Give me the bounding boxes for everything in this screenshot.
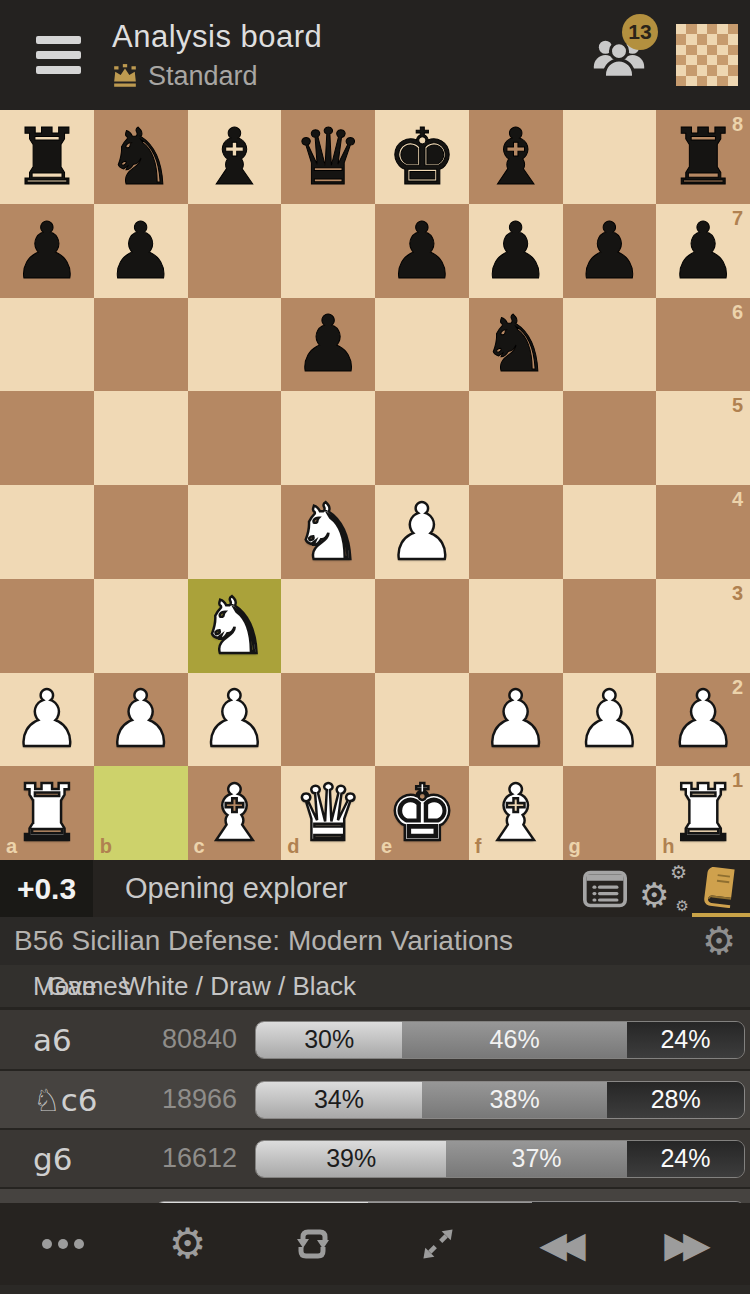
square-g8[interactable] [563,110,657,204]
square-d3[interactable] [281,579,375,673]
square-d7[interactable] [281,204,375,298]
square-d8[interactable]: ♛ [281,110,375,204]
white-wins-segment: 34% [256,1082,422,1118]
piece-white-pawn: ♟ [469,673,563,767]
result-bar: 39%37%24% [255,1140,745,1178]
piece-black-queen: ♛ [281,110,375,204]
square-b6[interactable] [94,298,188,392]
square-e7[interactable]: ♟ [375,204,469,298]
square-h4[interactable]: 4 [656,485,750,579]
rewind-button[interactable]: ◀◀ [500,1203,625,1285]
piece-black-pawn: ♟ [375,204,469,298]
square-e4[interactable]: ♟ [375,485,469,579]
explorer-table-header: Move Games White / Draw / Black [0,965,750,1010]
piece-white-knight: ♞ [281,485,375,579]
square-d2[interactable] [281,673,375,767]
thumbnail-square [686,45,696,55]
square-a7[interactable]: ♟ [0,204,94,298]
thumbnail-square [697,45,707,55]
square-b1[interactable]: b [94,766,188,860]
result-bar: 34%38%28% [255,1081,745,1119]
square-f1[interactable]: ♝f [469,766,563,860]
square-h1[interactable]: ♜1h [656,766,750,860]
thumbnail-square [707,55,717,65]
tab-opening-explorer[interactable] [692,860,750,917]
coordinate-rank-3: 3 [732,582,743,605]
explorer-rows: a68084030%46%24%♘c61896634%38%28%g616612… [0,1010,750,1187]
square-b3[interactable] [94,579,188,673]
title-block: Analysis board Standard [112,19,322,92]
square-c5[interactable] [188,391,282,485]
square-h3[interactable]: 3 [656,579,750,673]
square-d4[interactable]: ♞ [281,485,375,579]
games-count: 80840 [127,1024,237,1055]
square-a6[interactable] [0,298,94,392]
tab-engine-settings[interactable]: ⚙⚙⚙ [634,860,692,917]
square-g4[interactable] [563,485,657,579]
square-g6[interactable] [563,298,657,392]
square-a3[interactable] [0,579,94,673]
square-b4[interactable] [94,485,188,579]
fullscreen-button[interactable] [375,1203,500,1285]
square-c3[interactable]: ♞ [188,579,282,673]
piece-black-pawn: ♟ [281,298,375,392]
games-count: 16612 [127,1143,237,1174]
panel-title: Opening explorer [125,860,576,917]
piece-black-pawn: ♟ [563,204,657,298]
explorer-row-partial[interactable] [0,1187,750,1203]
thumbnail-square [686,24,696,34]
square-h2[interactable]: ♟2 [656,673,750,767]
square-d1[interactable]: ♛d [281,766,375,860]
players-online-button[interactable]: 13 [588,24,650,86]
thumbnail-square [707,65,717,75]
coordinate-rank-7: 7 [732,207,743,230]
thumbnail-square [728,24,738,34]
explorer-row-g6[interactable]: g61661239%37%24% [0,1128,750,1187]
square-g7[interactable]: ♟ [563,204,657,298]
bottom-toolbar: ⚙ ◀◀ ▶▶ [0,1203,750,1285]
thumbnail-square [728,45,738,55]
thumbnail-square [728,55,738,65]
piece-black-pawn: ♟ [0,204,94,298]
opening-row: B56 Sicilian Defense: Modern Variations … [0,917,750,965]
piece-black-knight: ♞ [469,298,563,392]
column-move: Move [0,971,47,1002]
square-h5[interactable]: 5 [656,391,750,485]
thumbnail-square [717,24,727,34]
analysis-tab-bar: +0.3 Opening explorer ⚙⚙⚙ [0,860,750,917]
white-wins-segment: 39% [256,1141,446,1177]
expand-icon [418,1224,458,1264]
thumbnail-square [697,34,707,44]
chess-board: ♜♞♝♛♚♝♜8♟♟♟♟♟♟7♟♞65♞♟4♞3♟♟♟♟♟♟2♜ab♝c♛d♚e… [0,110,750,860]
explorer-row-a6[interactable]: a68084030%46%24% [0,1010,750,1069]
square-e2[interactable] [375,673,469,767]
square-e3[interactable] [375,579,469,673]
square-c8[interactable]: ♝ [188,110,282,204]
piece-black-pawn: ♟ [469,204,563,298]
square-c2[interactable]: ♟ [188,673,282,767]
thumbnail-square [676,76,686,86]
square-a2[interactable]: ♟ [0,673,94,767]
thumbnail-square [686,76,696,86]
thumbnail-square [676,45,686,55]
black-wins-segment: 28% [607,1082,744,1118]
black-wins-segment: 24% [627,1022,744,1058]
fast-forward-button[interactable]: ▶▶ [625,1203,750,1285]
thumbnail-square [707,34,717,44]
players-count-badge: 13 [622,14,658,50]
piece-white-pawn: ♟ [188,673,282,767]
move-label: a6 [0,1022,127,1058]
coordinate-file-f: f [475,835,482,858]
coordinate-rank-2: 2 [732,676,743,699]
flip-board-icon [291,1222,335,1266]
piece-white-pawn: ♟ [375,485,469,579]
draw-segment: 37% [446,1141,627,1177]
thumbnail-square [686,55,696,65]
square-f2[interactable]: ♟ [469,673,563,767]
square-b7[interactable]: ♟ [94,204,188,298]
thumbnail-square [717,34,727,44]
square-e5[interactable] [375,391,469,485]
gears-icon: ⚙⚙⚙ [641,867,685,911]
thumbnail-square [697,55,707,65]
coordinate-file-g: g [569,835,581,858]
result-bar: 30%46%24% [255,1021,745,1059]
coordinate-file-h: h [662,835,674,858]
square-h6[interactable]: 6 [656,298,750,392]
ellipsis-icon [42,1239,84,1249]
square-d6[interactable]: ♟ [281,298,375,392]
square-b5[interactable] [94,391,188,485]
gear-icon: ⚙ [169,1223,207,1265]
move-label: g6 [0,1141,127,1177]
thumbnail-square [697,76,707,86]
square-f5[interactable] [469,391,563,485]
flip-board-button[interactable] [250,1203,375,1285]
result-bar [155,1201,745,1203]
piece-white-pawn: ♟ [563,673,657,767]
variant-label: Standard [148,61,258,92]
column-games: Games [47,971,104,1002]
coordinate-file-c: c [194,835,205,858]
rewind-icon: ◀◀ [539,1224,585,1265]
square-f8[interactable]: ♝ [469,110,563,204]
piece-black-knight: ♞ [94,110,188,204]
more-menu-button[interactable] [0,1203,125,1285]
coordinate-file-e: e [381,835,392,858]
square-d5[interactable] [281,391,375,485]
coordinate-rank-5: 5 [732,394,743,417]
coordinate-file-a: a [6,835,17,858]
games-count: 18966 [127,1084,237,1115]
square-f6[interactable]: ♞ [469,298,563,392]
thumbnail-square [686,65,696,75]
square-h8[interactable]: ♜8 [656,110,750,204]
thumbnail-square [676,65,686,75]
thumbnail-square [717,45,727,55]
list-icon [583,870,627,908]
square-g5[interactable] [563,391,657,485]
square-f3[interactable] [469,579,563,673]
thumbnail-square [707,24,717,34]
thumbnail-square [686,34,696,44]
settings-button[interactable]: ⚙ [125,1203,250,1285]
square-e8[interactable]: ♚ [375,110,469,204]
piece-white-pawn: ♟ [94,673,188,767]
black-wins-segment: 24% [627,1141,744,1177]
piece-black-king: ♚ [375,110,469,204]
thumbnail-square [717,65,727,75]
thumbnail-square [728,65,738,75]
move-label: ♘c6 [0,1082,127,1118]
thumbnail-square [717,76,727,86]
square-c6[interactable] [188,298,282,392]
crown-icon [112,64,138,88]
coordinate-rank-8: 8 [732,113,743,136]
square-a4[interactable] [0,485,94,579]
thumbnail-square [676,55,686,65]
explorer-settings-button[interactable]: ⚙ [702,922,736,960]
draw-segment [368,1202,533,1203]
square-b2[interactable]: ♟ [94,673,188,767]
evaluation-badge[interactable]: +0.3 [0,860,93,917]
thumbnail-square [717,55,727,65]
square-b8[interactable]: ♞ [94,110,188,204]
thumbnail-square [728,34,738,44]
square-f7[interactable]: ♟ [469,204,563,298]
square-c4[interactable] [188,485,282,579]
white-wins-segment [156,1202,368,1203]
book-icon [702,866,740,908]
thumbnail-square [707,45,717,55]
coordinate-rank-4: 4 [732,488,743,511]
square-c1[interactable]: ♝c [188,766,282,860]
square-c7[interactable] [188,204,282,298]
coordinate-file-b: b [100,835,112,858]
square-a5[interactable] [0,391,94,485]
square-a1[interactable]: ♜a [0,766,94,860]
opening-name: B56 Sicilian Defense: Modern Variations [14,925,702,957]
board-thumbnail-button[interactable] [676,24,738,86]
square-a8[interactable]: ♜ [0,110,94,204]
square-f4[interactable] [469,485,563,579]
page-title: Analysis board [112,19,322,55]
menu-icon[interactable] [22,36,94,74]
thumbnail-square [676,34,686,44]
square-h7[interactable]: ♟7 [656,204,750,298]
thumbnail-square [676,24,686,34]
thumbnail-square [707,76,717,86]
square-e1[interactable]: ♚e [375,766,469,860]
column-results: White / Draw / Black [122,971,356,1002]
draw-segment: 38% [422,1082,607,1118]
white-wins-segment: 30% [256,1022,402,1058]
coordinate-file-d: d [287,835,299,858]
thumbnail-square [697,24,707,34]
piece-black-pawn: ♟ [94,204,188,298]
explorer-row-c6[interactable]: ♘c61896634%38%28% [0,1069,750,1128]
piece-white-knight: ♞ [188,579,282,673]
tab-move-list[interactable] [576,860,634,917]
piece-white-bishop: ♝ [469,766,563,860]
piece-black-rook: ♜ [0,110,94,204]
thumbnail-square [697,65,707,75]
app-bar: Analysis board Standard 13 [0,0,750,110]
thumbnail-square [728,76,738,86]
coordinate-rank-1: 1 [732,769,743,792]
draw-segment: 46% [402,1022,626,1058]
square-g2[interactable]: ♟ [563,673,657,767]
black-wins-segment [532,1202,744,1203]
square-e6[interactable] [375,298,469,392]
square-g3[interactable] [563,579,657,673]
piece-black-bishop: ♝ [469,110,563,204]
square-g1[interactable]: g [563,766,657,860]
coordinate-rank-6: 6 [732,301,743,324]
fast-forward-icon: ▶▶ [664,1224,710,1265]
piece-black-bishop: ♝ [188,110,282,204]
piece-white-pawn: ♟ [0,673,94,767]
